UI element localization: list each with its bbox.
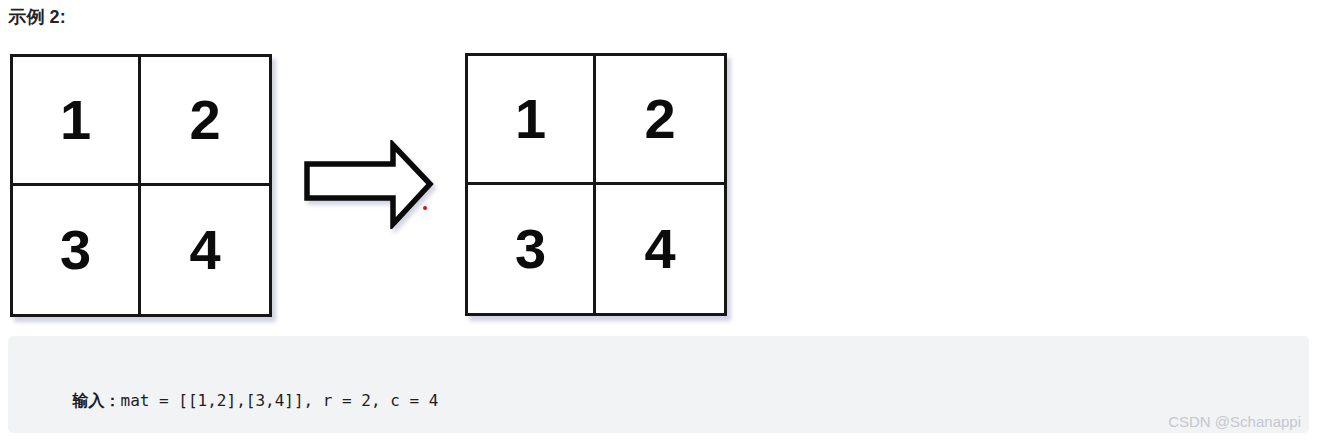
example-code-block: 输入：mat = [[1,2],[3,4]], r = 2, c = 4 输出：… — [8, 336, 1309, 433]
output-matrix-grid: 1 2 3 4 — [465, 53, 727, 316]
matrix-cell: 3 — [468, 185, 596, 314]
matrix-cell: 1 — [13, 57, 141, 186]
input-label: 输入： — [73, 391, 121, 410]
matrix-cell: 2 — [596, 56, 724, 185]
matrix-cell: 3 — [13, 186, 141, 315]
matrix-cell: 4 — [596, 185, 724, 314]
matrix-cell: 4 — [141, 186, 269, 315]
input-matrix-grid: 1 2 3 4 — [10, 54, 272, 317]
input-code: mat = [[1,2],[3,4]], r = 2, c = 4 — [121, 391, 439, 410]
matrix-cell: 1 — [468, 56, 596, 185]
example-heading: 示例 2: — [8, 5, 66, 29]
input-line: 输入：mat = [[1,2],[3,4]], r = 2, c = 4 — [34, 351, 1309, 443]
right-arrow-icon — [303, 140, 436, 229]
red-dot-artifact — [423, 206, 427, 210]
watermark: CSDN @Schanappi — [1168, 413, 1301, 430]
matrix-cell: 2 — [141, 57, 269, 186]
